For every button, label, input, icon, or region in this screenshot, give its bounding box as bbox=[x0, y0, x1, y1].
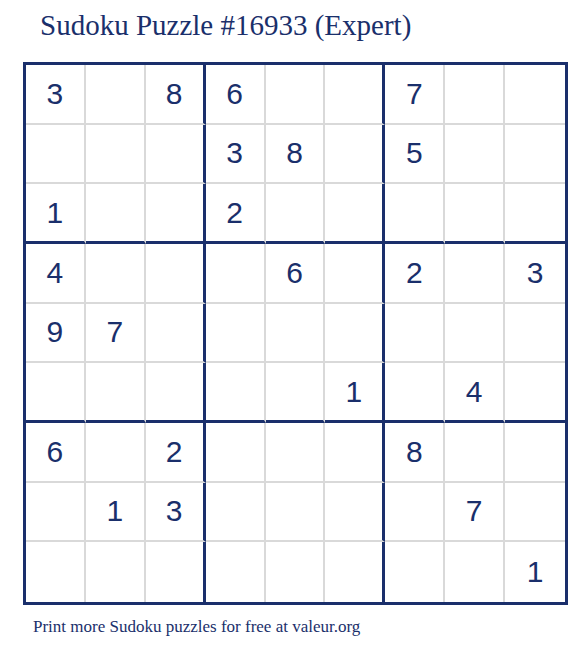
sudoku-cell-r9c3[interactable] bbox=[146, 542, 206, 602]
sudoku-cell-r4c9[interactable]: 3 bbox=[505, 244, 565, 304]
sudoku-cell-r9c9[interactable]: 1 bbox=[505, 542, 565, 602]
sudoku-cell-r2c1[interactable] bbox=[26, 125, 86, 185]
sudoku-cell-r2c3[interactable] bbox=[146, 125, 206, 185]
sudoku-cell-r3c3[interactable] bbox=[146, 184, 206, 244]
sudoku-cell-r1c2[interactable] bbox=[86, 65, 146, 125]
sudoku-cell-r1c6[interactable] bbox=[325, 65, 385, 125]
sudoku-cell-r4c6[interactable] bbox=[325, 244, 385, 304]
sudoku-cell-r4c4[interactable] bbox=[206, 244, 266, 304]
sudoku-cell-r7c2[interactable] bbox=[86, 423, 146, 483]
sudoku-cell-r3c9[interactable] bbox=[505, 184, 565, 244]
sudoku-cell-r2c9[interactable] bbox=[505, 125, 565, 185]
sudoku-cell-r5c2[interactable]: 7 bbox=[86, 304, 146, 364]
sudoku-cell-r2c6[interactable] bbox=[325, 125, 385, 185]
sudoku-cell-r5c8[interactable] bbox=[445, 304, 505, 364]
sudoku-cell-r6c6[interactable]: 1 bbox=[325, 363, 385, 423]
sudoku-cell-r9c1[interactable] bbox=[26, 542, 86, 602]
sudoku-cell-r8c1[interactable] bbox=[26, 483, 86, 543]
sudoku-cell-r5c9[interactable] bbox=[505, 304, 565, 364]
sudoku-cell-r4c2[interactable] bbox=[86, 244, 146, 304]
sudoku-cell-r3c8[interactable] bbox=[445, 184, 505, 244]
sudoku-cell-r6c2[interactable] bbox=[86, 363, 146, 423]
sudoku-cell-r7c9[interactable] bbox=[505, 423, 565, 483]
sudoku-cell-r7c7[interactable]: 8 bbox=[385, 423, 445, 483]
sudoku-cell-r2c7[interactable]: 5 bbox=[385, 125, 445, 185]
sudoku-board: 386738512462397146281371 bbox=[23, 62, 568, 605]
sudoku-cell-r8c5[interactable] bbox=[266, 483, 326, 543]
sudoku-cell-r5c5[interactable] bbox=[266, 304, 326, 364]
sudoku-cell-r3c7[interactable] bbox=[385, 184, 445, 244]
sudoku-cell-r4c8[interactable] bbox=[445, 244, 505, 304]
sudoku-cell-r3c5[interactable] bbox=[266, 184, 326, 244]
sudoku-cell-r1c1[interactable]: 3 bbox=[26, 65, 86, 125]
sudoku-cell-r3c4[interactable]: 2 bbox=[206, 184, 266, 244]
sudoku-cell-r2c4[interactable]: 3 bbox=[206, 125, 266, 185]
sudoku-cell-r5c6[interactable] bbox=[325, 304, 385, 364]
sudoku-cell-r3c1[interactable]: 1 bbox=[26, 184, 86, 244]
sudoku-cell-r1c5[interactable] bbox=[266, 65, 326, 125]
sudoku-cell-r4c3[interactable] bbox=[146, 244, 206, 304]
puzzle-title: Sudoku Puzzle #16933 (Expert) bbox=[40, 10, 411, 42]
sudoku-cell-r6c8[interactable]: 4 bbox=[445, 363, 505, 423]
sudoku-cell-r8c3[interactable]: 3 bbox=[146, 483, 206, 543]
sudoku-cell-r6c9[interactable] bbox=[505, 363, 565, 423]
sudoku-cell-r5c3[interactable] bbox=[146, 304, 206, 364]
sudoku-cell-r8c7[interactable] bbox=[385, 483, 445, 543]
sudoku-cell-r2c2[interactable] bbox=[86, 125, 146, 185]
sudoku-cell-r5c4[interactable] bbox=[206, 304, 266, 364]
sudoku-cell-r8c4[interactable] bbox=[206, 483, 266, 543]
sudoku-cell-r1c7[interactable]: 7 bbox=[385, 65, 445, 125]
sudoku-cell-r1c8[interactable] bbox=[445, 65, 505, 125]
footer-text: Print more Sudoku puzzles for free at va… bbox=[33, 617, 360, 637]
sudoku-cell-r8c9[interactable] bbox=[505, 483, 565, 543]
sudoku-cell-r7c5[interactable] bbox=[266, 423, 326, 483]
sudoku-cell-r8c2[interactable]: 1 bbox=[86, 483, 146, 543]
sudoku-cell-r7c3[interactable]: 2 bbox=[146, 423, 206, 483]
sudoku-cell-r7c8[interactable] bbox=[445, 423, 505, 483]
sudoku-cell-r2c5[interactable]: 8 bbox=[266, 125, 326, 185]
sudoku-cell-r1c9[interactable] bbox=[505, 65, 565, 125]
sudoku-cell-r5c7[interactable] bbox=[385, 304, 445, 364]
sudoku-cell-r1c4[interactable]: 6 bbox=[206, 65, 266, 125]
sudoku-cell-r3c2[interactable] bbox=[86, 184, 146, 244]
sudoku-cell-r3c6[interactable] bbox=[325, 184, 385, 244]
sudoku-cell-r4c5[interactable]: 6 bbox=[266, 244, 326, 304]
sudoku-cell-r2c8[interactable] bbox=[445, 125, 505, 185]
sudoku-cell-r5c1[interactable]: 9 bbox=[26, 304, 86, 364]
sudoku-cell-r6c4[interactable] bbox=[206, 363, 266, 423]
sudoku-cell-r7c1[interactable]: 6 bbox=[26, 423, 86, 483]
sudoku-cell-r6c3[interactable] bbox=[146, 363, 206, 423]
sudoku-cell-r8c8[interactable]: 7 bbox=[445, 483, 505, 543]
sudoku-cell-r6c5[interactable] bbox=[266, 363, 326, 423]
sudoku-cell-r1c3[interactable]: 8 bbox=[146, 65, 206, 125]
sudoku-page: Sudoku Puzzle #16933 (Expert) 3867385124… bbox=[0, 0, 580, 651]
sudoku-cell-r7c4[interactable] bbox=[206, 423, 266, 483]
sudoku-cell-r6c7[interactable] bbox=[385, 363, 445, 423]
sudoku-cell-r9c4[interactable] bbox=[206, 542, 266, 602]
sudoku-cell-r9c6[interactable] bbox=[325, 542, 385, 602]
sudoku-cell-r8c6[interactable] bbox=[325, 483, 385, 543]
sudoku-cell-r9c2[interactable] bbox=[86, 542, 146, 602]
sudoku-cell-r4c7[interactable]: 2 bbox=[385, 244, 445, 304]
sudoku-cell-r9c8[interactable] bbox=[445, 542, 505, 602]
sudoku-cell-r4c1[interactable]: 4 bbox=[26, 244, 86, 304]
sudoku-cell-r7c6[interactable] bbox=[325, 423, 385, 483]
sudoku-cell-r9c7[interactable] bbox=[385, 542, 445, 602]
sudoku-cell-r9c5[interactable] bbox=[266, 542, 326, 602]
sudoku-cell-r6c1[interactable] bbox=[26, 363, 86, 423]
